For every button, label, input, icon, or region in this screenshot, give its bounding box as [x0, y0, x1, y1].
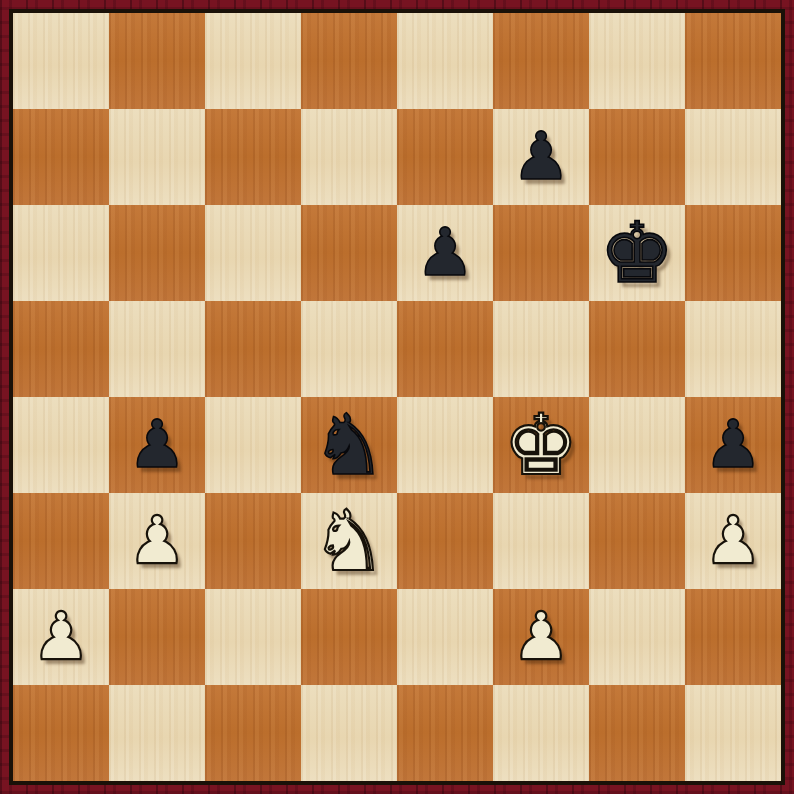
square-h8[interactable] [685, 13, 781, 109]
square-f7[interactable]: ♟ [493, 109, 589, 205]
square-a2[interactable]: ♟ [13, 589, 109, 685]
square-c7[interactable] [205, 109, 301, 205]
square-h2[interactable] [685, 589, 781, 685]
board-outline: ♟♟♚♟♞♚♟♟♞♟♟♟ [9, 9, 785, 785]
piece-white-pawn[interactable]: ♟ [127, 508, 186, 574]
square-a6[interactable] [13, 205, 109, 301]
square-h3[interactable]: ♟ [685, 493, 781, 589]
square-e6[interactable]: ♟ [397, 205, 493, 301]
piece-white-knight[interactable]: ♞ [311, 499, 386, 583]
square-a1[interactable] [13, 685, 109, 781]
square-g6[interactable]: ♚ [589, 205, 685, 301]
piece-black-pawn[interactable]: ♟ [511, 124, 570, 190]
square-h6[interactable] [685, 205, 781, 301]
square-c1[interactable] [205, 685, 301, 781]
square-b3[interactable]: ♟ [109, 493, 205, 589]
square-c6[interactable] [205, 205, 301, 301]
square-c8[interactable] [205, 13, 301, 109]
piece-black-pawn[interactable]: ♟ [415, 220, 474, 286]
piece-white-pawn[interactable]: ♟ [31, 604, 90, 670]
square-g3[interactable] [589, 493, 685, 589]
square-h4[interactable]: ♟ [685, 397, 781, 493]
square-c2[interactable] [205, 589, 301, 685]
square-f6[interactable] [493, 205, 589, 301]
square-d6[interactable] [301, 205, 397, 301]
square-d1[interactable] [301, 685, 397, 781]
piece-white-pawn[interactable]: ♟ [703, 508, 762, 574]
square-d5[interactable] [301, 301, 397, 397]
piece-black-king[interactable]: ♚ [599, 211, 674, 295]
square-a3[interactable] [13, 493, 109, 589]
square-c3[interactable] [205, 493, 301, 589]
square-a4[interactable] [13, 397, 109, 493]
square-g1[interactable] [589, 685, 685, 781]
square-c5[interactable] [205, 301, 301, 397]
square-b6[interactable] [109, 205, 205, 301]
square-g8[interactable] [589, 13, 685, 109]
square-h7[interactable] [685, 109, 781, 205]
square-g5[interactable] [589, 301, 685, 397]
square-e5[interactable] [397, 301, 493, 397]
piece-white-pawn[interactable]: ♟ [511, 604, 570, 670]
square-f5[interactable] [493, 301, 589, 397]
square-e7[interactable] [397, 109, 493, 205]
square-d3[interactable]: ♞ [301, 493, 397, 589]
square-g7[interactable] [589, 109, 685, 205]
square-b4[interactable]: ♟ [109, 397, 205, 493]
square-g2[interactable] [589, 589, 685, 685]
square-f2[interactable]: ♟ [493, 589, 589, 685]
square-e2[interactable] [397, 589, 493, 685]
square-b8[interactable] [109, 13, 205, 109]
square-f8[interactable] [493, 13, 589, 109]
square-h5[interactable] [685, 301, 781, 397]
square-e1[interactable] [397, 685, 493, 781]
square-b5[interactable] [109, 301, 205, 397]
square-b7[interactable] [109, 109, 205, 205]
piece-white-king[interactable]: ♚ [503, 403, 578, 487]
square-h1[interactable] [685, 685, 781, 781]
square-e3[interactable] [397, 493, 493, 589]
square-d7[interactable] [301, 109, 397, 205]
piece-black-pawn[interactable]: ♟ [703, 412, 762, 478]
square-g4[interactable] [589, 397, 685, 493]
square-f4[interactable]: ♚ [493, 397, 589, 493]
piece-black-knight[interactable]: ♞ [311, 403, 386, 487]
square-c4[interactable] [205, 397, 301, 493]
square-a8[interactable] [13, 13, 109, 109]
square-a7[interactable] [13, 109, 109, 205]
square-d4[interactable]: ♞ [301, 397, 397, 493]
square-d2[interactable] [301, 589, 397, 685]
square-b2[interactable] [109, 589, 205, 685]
square-f1[interactable] [493, 685, 589, 781]
square-f3[interactable] [493, 493, 589, 589]
chess-board: ♟♟♚♟♞♚♟♟♞♟♟♟ [13, 13, 781, 781]
square-d8[interactable] [301, 13, 397, 109]
square-e8[interactable] [397, 13, 493, 109]
square-a5[interactable] [13, 301, 109, 397]
board-frame: ♟♟♚♟♞♚♟♟♞♟♟♟ [0, 0, 794, 794]
piece-black-pawn[interactable]: ♟ [127, 412, 186, 478]
square-e4[interactable] [397, 397, 493, 493]
square-b1[interactable] [109, 685, 205, 781]
